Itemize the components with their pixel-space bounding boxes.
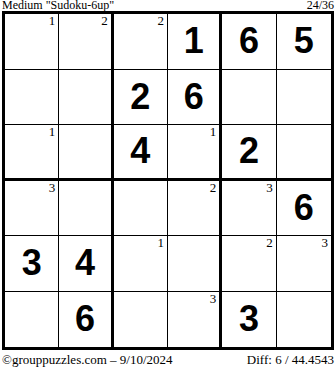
- cell-r3c1[interactable]: 1: [5, 125, 59, 181]
- cell-r1c2[interactable]: 2: [59, 14, 113, 70]
- cell-r5c1[interactable]: 3: [5, 236, 59, 292]
- cell-r1c1[interactable]: 1: [5, 14, 59, 70]
- cell-r6c3[interactable]: [114, 292, 168, 348]
- footer: ©grouppuzzles.com – 9/10/2024 Diff: 6 / …: [2, 352, 334, 368]
- pencil-mark: 2: [101, 14, 108, 28]
- cell-value: 2: [130, 79, 150, 115]
- cell-r4c6[interactable]: 6: [277, 181, 331, 237]
- cell-r3c6[interactable]: [277, 125, 331, 181]
- cell-r6c4[interactable]: 3: [168, 292, 222, 348]
- cell-r3c4[interactable]: 1: [168, 125, 222, 181]
- sudoku-grid: 122165261412323634123633: [2, 11, 334, 350]
- cell-r2c1[interactable]: [5, 70, 59, 126]
- cell-value: 2: [239, 133, 259, 169]
- cell-value: 3: [22, 245, 42, 281]
- pencil-mark: 2: [210, 181, 217, 195]
- cell-r2c3[interactable]: 2: [114, 70, 168, 126]
- copyright-text: ©grouppuzzles.com – 9/10/2024: [2, 352, 173, 368]
- cell-r5c3[interactable]: 1: [114, 236, 168, 292]
- cell-r2c4[interactable]: 6: [168, 70, 222, 126]
- cell-r4c3[interactable]: [114, 181, 168, 237]
- cell-r1c4[interactable]: 1: [168, 14, 222, 70]
- header: Medium "Sudoku-6up" 24/36: [2, 0, 334, 11]
- cell-r6c1[interactable]: [5, 292, 59, 348]
- cell-r5c2[interactable]: 4: [59, 236, 113, 292]
- cell-value: 6: [75, 301, 95, 337]
- puzzle-title: Medium "Sudoku-6up": [2, 0, 114, 11]
- cell-r4c5[interactable]: 3: [222, 181, 276, 237]
- cell-r2c2[interactable]: [59, 70, 113, 126]
- pencil-mark: 1: [157, 236, 164, 250]
- cell-r5c5[interactable]: 2: [222, 236, 276, 292]
- pencil-mark: 1: [49, 14, 56, 28]
- cell-r4c1[interactable]: 3: [5, 181, 59, 237]
- cell-r1c3[interactable]: 2: [114, 14, 168, 70]
- cell-value: 6: [239, 23, 259, 59]
- pencil-mark: 3: [321, 236, 328, 250]
- pencil-mark: 3: [266, 181, 273, 195]
- cell-value: 4: [130, 133, 150, 169]
- pencil-mark: 2: [266, 236, 273, 250]
- cell-r3c5[interactable]: 2: [222, 125, 276, 181]
- cell-r1c5[interactable]: 6: [222, 14, 276, 70]
- cell-value: 6: [294, 190, 314, 226]
- cell-value: 3: [239, 301, 259, 337]
- cell-r2c5[interactable]: [222, 70, 276, 126]
- cell-r6c6[interactable]: [277, 292, 331, 348]
- puzzle-page: { "game": "Sudoku 6x6 (6up variant, 2-wi…: [0, 0, 336, 370]
- cell-r4c4[interactable]: 2: [168, 181, 222, 237]
- cell-r3c2[interactable]: [59, 125, 113, 181]
- pencil-mark: 1: [49, 125, 56, 139]
- cell-value: 5: [294, 23, 314, 59]
- cell-value: 6: [184, 79, 204, 115]
- cell-value: 4: [75, 245, 95, 281]
- pencil-mark: 3: [210, 292, 217, 306]
- pencil-mark: 2: [157, 14, 164, 28]
- cell-r6c2[interactable]: 6: [59, 292, 113, 348]
- cell-r1c6[interactable]: 5: [277, 14, 331, 70]
- pencil-mark: 1: [210, 125, 217, 139]
- cell-r6c5[interactable]: 3: [222, 292, 276, 348]
- pencil-mark: 3: [49, 181, 56, 195]
- puzzle-counter: 24/36: [307, 0, 334, 11]
- cell-r5c6[interactable]: 3: [277, 236, 331, 292]
- cell-value: 1: [184, 23, 204, 59]
- cell-r3c3[interactable]: 4: [114, 125, 168, 181]
- cell-r4c2[interactable]: [59, 181, 113, 237]
- difficulty-text: Diff: 6 / 44.4543: [247, 352, 334, 368]
- cell-r5c4[interactable]: [168, 236, 222, 292]
- cell-r2c6[interactable]: [277, 70, 331, 126]
